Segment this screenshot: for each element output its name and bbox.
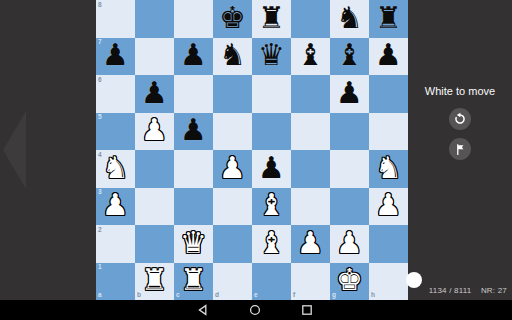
piece-white-pawn[interactable]: ♟ <box>141 115 168 145</box>
square-b4[interactable] <box>135 150 174 188</box>
square-g1[interactable]: g♚ <box>330 263 369 301</box>
piece-black-pawn[interactable]: ♟ <box>141 78 168 108</box>
piece-white-rook[interactable]: ♜ <box>141 265 168 295</box>
piece-black-pawn[interactable]: ♟ <box>180 115 207 145</box>
square-f3[interactable] <box>291 188 330 226</box>
square-b5[interactable]: ♟ <box>135 113 174 151</box>
square-d4[interactable]: ♟ <box>213 150 252 188</box>
piece-white-king[interactable]: ♚ <box>336 265 363 295</box>
piece-black-knight[interactable]: ♞ <box>336 3 363 33</box>
right-panel: White to move 1134 / 8111 NR: 27 <box>408 0 512 300</box>
status-text: White to move <box>408 85 512 97</box>
home-icon[interactable] <box>249 304 261 316</box>
square-f4[interactable] <box>291 150 330 188</box>
square-f7[interactable]: ♝ <box>291 38 330 76</box>
back-icon[interactable] <box>197 304 209 316</box>
file-label: a <box>98 292 102 299</box>
nr-label: NR: 27 <box>481 286 507 295</box>
file-label: h <box>371 292 375 299</box>
square-g6[interactable]: ♟ <box>330 75 369 113</box>
square-f2[interactable]: ♟ <box>291 225 330 263</box>
app-screen: 8♚♜♞♜7♟♟♞♛♝♝♟6♟♟5♟♟4♞♟♟♞3♟♝♟2♛♝♟♟1ab♜c♜d… <box>0 0 512 320</box>
square-e4[interactable]: ♟ <box>252 150 291 188</box>
square-c2[interactable]: ♛ <box>174 225 213 263</box>
puzzle-counter: 1134 / 8111 NR: 27 <box>429 286 507 295</box>
square-h1[interactable]: h <box>369 263 408 301</box>
rank-label: 5 <box>98 114 102 121</box>
piece-black-queen[interactable]: ♛ <box>258 40 285 70</box>
square-g4[interactable] <box>330 150 369 188</box>
piece-black-bishop[interactable]: ♝ <box>336 40 363 70</box>
square-e5[interactable] <box>252 113 291 151</box>
piece-white-pawn[interactable]: ♟ <box>375 190 402 220</box>
square-g5[interactable] <box>330 113 369 151</box>
square-h3[interactable]: ♟ <box>369 188 408 226</box>
square-a1[interactable]: 1a <box>96 263 135 301</box>
square-a6[interactable]: 6 <box>96 75 135 113</box>
square-b3[interactable] <box>135 188 174 226</box>
square-a7[interactable]: 7♟ <box>96 38 135 76</box>
flag-button[interactable] <box>449 138 471 160</box>
square-f5[interactable] <box>291 113 330 151</box>
piece-white-pawn[interactable]: ♟ <box>297 228 324 258</box>
piece-white-bishop[interactable]: ♝ <box>258 190 285 220</box>
rank-label: 8 <box>98 2 102 9</box>
piece-white-bishop[interactable]: ♝ <box>258 228 285 258</box>
square-e6[interactable] <box>252 75 291 113</box>
retry-button[interactable] <box>449 108 471 130</box>
square-a3[interactable]: 3♟ <box>96 188 135 226</box>
square-c6[interactable] <box>174 75 213 113</box>
square-g3[interactable] <box>330 188 369 226</box>
previous-arrow-icon[interactable] <box>3 111 26 189</box>
square-h2[interactable] <box>369 225 408 263</box>
piece-black-bishop[interactable]: ♝ <box>297 40 324 70</box>
piece-white-pawn[interactable]: ♟ <box>102 190 129 220</box>
square-b1[interactable]: b♜ <box>135 263 174 301</box>
left-panel <box>0 0 96 300</box>
square-e1[interactable]: e <box>252 263 291 301</box>
square-b6[interactable]: ♟ <box>135 75 174 113</box>
piece-white-queen[interactable]: ♛ <box>180 228 207 258</box>
chess-board[interactable]: 8♚♜♞♜7♟♟♞♛♝♝♟6♟♟5♟♟4♞♟♟♞3♟♝♟2♛♝♟♟1ab♜c♜d… <box>96 0 408 300</box>
square-b7[interactable] <box>135 38 174 76</box>
android-navbar <box>0 300 512 320</box>
piece-black-pawn[interactable]: ♟ <box>180 40 207 70</box>
square-b2[interactable] <box>135 225 174 263</box>
progress-dot-handle[interactable] <box>406 272 422 288</box>
piece-black-rook[interactable]: ♜ <box>258 3 285 33</box>
square-b8[interactable] <box>135 0 174 38</box>
square-d6[interactable] <box>213 75 252 113</box>
rank-label: 1 <box>98 264 102 271</box>
square-g2[interactable]: ♟ <box>330 225 369 263</box>
piece-black-pawn[interactable]: ♟ <box>336 78 363 108</box>
square-h4[interactable]: ♞ <box>369 150 408 188</box>
square-e8[interactable]: ♜ <box>252 0 291 38</box>
rank-label: 6 <box>98 77 102 84</box>
square-g7[interactable]: ♝ <box>330 38 369 76</box>
piece-black-rook[interactable]: ♜ <box>375 3 402 33</box>
piece-white-pawn[interactable]: ♟ <box>336 228 363 258</box>
square-e7[interactable]: ♛ <box>252 38 291 76</box>
square-d2[interactable] <box>213 225 252 263</box>
file-label: f <box>293 292 295 299</box>
progress-counter: 1134 / 8111 <box>429 286 472 295</box>
piece-black-pawn[interactable]: ♟ <box>258 153 285 183</box>
rank-label: 2 <box>98 227 102 234</box>
square-e3[interactable]: ♝ <box>252 188 291 226</box>
piece-black-pawn[interactable]: ♟ <box>102 40 129 70</box>
square-c1[interactable]: c♜ <box>174 263 213 301</box>
square-c7[interactable]: ♟ <box>174 38 213 76</box>
square-a4[interactable]: 4♞ <box>96 150 135 188</box>
piece-black-pawn[interactable]: ♟ <box>375 40 402 70</box>
square-d1[interactable]: d <box>213 263 252 301</box>
square-h8[interactable]: ♜ <box>369 0 408 38</box>
square-a8[interactable]: 8 <box>96 0 135 38</box>
piece-black-knight[interactable]: ♞ <box>219 40 246 70</box>
square-d8[interactable]: ♚ <box>213 0 252 38</box>
square-c8[interactable] <box>174 0 213 38</box>
square-f1[interactable]: f <box>291 263 330 301</box>
file-label: e <box>254 292 258 299</box>
file-label: d <box>215 292 219 299</box>
square-a2[interactable]: 2 <box>96 225 135 263</box>
square-c5[interactable]: ♟ <box>174 113 213 151</box>
square-h5[interactable] <box>369 113 408 151</box>
piece-white-knight[interactable]: ♞ <box>102 153 129 183</box>
square-f6[interactable] <box>291 75 330 113</box>
square-g8[interactable]: ♞ <box>330 0 369 38</box>
square-f8[interactable] <box>291 0 330 38</box>
square-e2[interactable]: ♝ <box>252 225 291 263</box>
square-d5[interactable] <box>213 113 252 151</box>
square-h7[interactable]: ♟ <box>369 38 408 76</box>
piece-black-king[interactable]: ♚ <box>219 3 246 33</box>
flag-icon <box>454 143 467 156</box>
square-d3[interactable] <box>213 188 252 226</box>
piece-white-knight[interactable]: ♞ <box>375 153 402 183</box>
square-c3[interactable] <box>174 188 213 226</box>
recents-icon[interactable] <box>301 304 313 316</box>
square-h6[interactable] <box>369 75 408 113</box>
square-a5[interactable]: 5 <box>96 113 135 151</box>
piece-white-rook[interactable]: ♜ <box>180 265 207 295</box>
circular-arrow-icon <box>453 112 467 126</box>
square-d7[interactable]: ♞ <box>213 38 252 76</box>
piece-white-pawn[interactable]: ♟ <box>219 153 246 183</box>
square-c4[interactable] <box>174 150 213 188</box>
